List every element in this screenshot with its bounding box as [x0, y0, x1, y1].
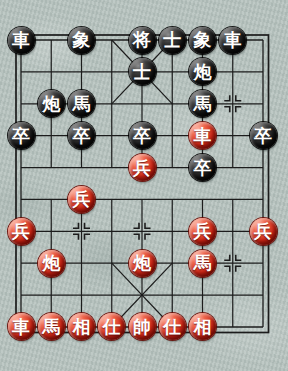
point-f5-r2[interactable]: [157, 88, 187, 120]
point-f7-r2[interactable]: [218, 88, 248, 120]
point-f3-r2[interactable]: [97, 88, 127, 120]
point-f0-r6[interactable]: 兵: [6, 215, 36, 247]
piece-glyph: 卒: [12, 127, 30, 145]
piece-red-chariot[interactable]: 車: [189, 122, 216, 149]
point-f2-r6[interactable]: [66, 215, 96, 247]
piece-black-horse[interactable]: 馬: [68, 90, 95, 117]
piece-black-elephant[interactable]: 象: [189, 27, 216, 54]
piece-glyph: 馬: [194, 254, 212, 272]
piece-red-chariot[interactable]: 車: [8, 313, 35, 340]
point-f4-r6[interactable]: [127, 215, 157, 247]
point-f0-r7[interactable]: [6, 247, 36, 279]
piece-glyph: 炮: [42, 95, 60, 113]
point-f4-r7[interactable]: 炮: [127, 247, 157, 279]
point-f2-r1[interactable]: [66, 56, 96, 88]
point-f2-r9[interactable]: 相: [66, 311, 96, 343]
point-f2-r4[interactable]: [66, 152, 96, 184]
piece-red-advisor[interactable]: 仕: [98, 313, 125, 340]
point-f8-r3[interactable]: 卒: [248, 120, 278, 152]
piece-glyph: 帥: [133, 318, 151, 336]
point-f8-r4[interactable]: [248, 152, 278, 184]
piece-black-soldier[interactable]: 卒: [68, 122, 95, 149]
piece-glyph: 炮: [133, 254, 151, 272]
point-f8-r5[interactable]: [248, 183, 278, 215]
piece-glyph: 炮: [42, 254, 60, 272]
piece-glyph: 士: [163, 31, 181, 49]
point-f0-r1[interactable]: [6, 56, 36, 88]
point-f6-r6[interactable]: 兵: [187, 215, 217, 247]
point-f6-r3[interactable]: 車: [187, 120, 217, 152]
point-f0-r9[interactable]: 車: [6, 311, 36, 343]
point-f0-r2[interactable]: [6, 88, 36, 120]
point-f4-r1[interactable]: 士: [127, 56, 157, 88]
piece-glyph: 卒: [133, 127, 151, 145]
piece-black-soldier[interactable]: 卒: [250, 122, 277, 149]
point-f6-r4[interactable]: 卒: [187, 152, 217, 184]
point-f5-r6[interactable]: [157, 215, 187, 247]
piece-glyph: 馬: [42, 318, 60, 336]
piece-glyph: 仕: [103, 318, 121, 336]
piece-glyph: 卒: [194, 159, 212, 177]
point-f5-r8[interactable]: [157, 279, 187, 311]
piece-black-cannon[interactable]: 炮: [189, 58, 216, 85]
piece-glyph: 相: [194, 318, 212, 336]
point-f3-r7[interactable]: [97, 247, 127, 279]
piece-black-horse[interactable]: 馬: [189, 90, 216, 117]
piece-red-soldier[interactable]: 兵: [129, 154, 156, 181]
point-f7-r6[interactable]: [218, 215, 248, 247]
piece-glyph: 車: [12, 318, 30, 336]
piece-grid: 車象将士象車士炮炮馬馬卒卒卒車卒兵卒兵兵兵兵炮炮馬車馬相仕帥仕相: [6, 24, 278, 343]
xiangqi-board: 車象将士象車士炮炮馬馬卒卒卒車卒兵卒兵兵兵兵炮炮馬車馬相仕帥仕相: [0, 0, 288, 371]
point-f1-r0[interactable]: [36, 24, 66, 56]
point-f1-r9[interactable]: 馬: [36, 311, 66, 343]
point-f7-r4[interactable]: [218, 152, 248, 184]
piece-black-soldier[interactable]: 卒: [189, 154, 216, 181]
piece-red-soldier[interactable]: 兵: [250, 218, 277, 245]
piece-glyph: 車: [194, 127, 212, 145]
point-f5-r5[interactable]: [157, 183, 187, 215]
piece-red-cannon[interactable]: 炮: [38, 250, 65, 277]
piece-black-cannon[interactable]: 炮: [38, 90, 65, 117]
point-f6-r9[interactable]: 相: [187, 311, 217, 343]
piece-glyph: 兵: [254, 222, 272, 240]
point-f3-r5[interactable]: [97, 183, 127, 215]
point-f0-r4[interactable]: [6, 152, 36, 184]
point-f4-r9[interactable]: 帥: [127, 311, 157, 343]
point-f3-r4[interactable]: [97, 152, 127, 184]
point-f4-r5[interactable]: [127, 183, 157, 215]
point-f1-r6[interactable]: [36, 215, 66, 247]
piece-red-horse[interactable]: 馬: [189, 250, 216, 277]
piece-red-elephant[interactable]: 相: [68, 313, 95, 340]
piece-glyph: 炮: [194, 63, 212, 81]
point-f6-r0[interactable]: 象: [187, 24, 217, 56]
point-f3-r0[interactable]: [97, 24, 127, 56]
piece-red-soldier[interactable]: 兵: [68, 186, 95, 213]
point-f1-r1[interactable]: [36, 56, 66, 88]
point-f1-r5[interactable]: [36, 183, 66, 215]
point-f2-r7[interactable]: [66, 247, 96, 279]
point-f8-r9[interactable]: [248, 311, 278, 343]
piece-glyph: 兵: [73, 190, 91, 208]
point-f3-r1[interactable]: [97, 56, 127, 88]
point-f7-r7[interactable]: [218, 247, 248, 279]
point-f7-r9[interactable]: [218, 311, 248, 343]
point-f2-r3[interactable]: 卒: [66, 120, 96, 152]
point-f4-r0[interactable]: 将: [127, 24, 157, 56]
point-f8-r6[interactable]: 兵: [248, 215, 278, 247]
piece-black-soldier[interactable]: 卒: [8, 122, 35, 149]
point-f8-r0[interactable]: [248, 24, 278, 56]
point-f5-r1[interactable]: [157, 56, 187, 88]
piece-glyph: 仕: [163, 318, 181, 336]
piece-glyph: 象: [194, 31, 212, 49]
piece-black-advisor[interactable]: 士: [129, 58, 156, 85]
point-f0-r0[interactable]: 車: [6, 24, 36, 56]
point-f2-r8[interactable]: [66, 279, 96, 311]
piece-glyph: 車: [12, 31, 30, 49]
piece-glyph: 相: [73, 318, 91, 336]
point-f6-r1[interactable]: 炮: [187, 56, 217, 88]
point-f4-r4[interactable]: 兵: [127, 152, 157, 184]
piece-glyph: 将: [133, 31, 151, 49]
point-f1-r7[interactable]: 炮: [36, 247, 66, 279]
piece-glyph: 兵: [12, 222, 30, 240]
piece-black-chariot[interactable]: 車: [219, 27, 246, 54]
point-f5-r3[interactable]: [157, 120, 187, 152]
point-f1-r3[interactable]: [36, 120, 66, 152]
point-f3-r8[interactable]: [97, 279, 127, 311]
point-f4-r8[interactable]: [127, 279, 157, 311]
piece-black-chariot[interactable]: 車: [8, 27, 35, 54]
piece-glyph: 兵: [133, 159, 151, 177]
piece-glyph: 兵: [194, 222, 212, 240]
piece-glyph: 馬: [73, 95, 91, 113]
point-f3-r3[interactable]: [97, 120, 127, 152]
point-f0-r5[interactable]: [6, 183, 36, 215]
point-f4-r2[interactable]: [127, 88, 157, 120]
point-f6-r8[interactable]: [187, 279, 217, 311]
point-f8-r7[interactable]: [248, 247, 278, 279]
piece-black-soldier[interactable]: 卒: [129, 122, 156, 149]
point-f6-r5[interactable]: [187, 183, 217, 215]
point-f1-r8[interactable]: [36, 279, 66, 311]
piece-glyph: 車: [224, 31, 242, 49]
point-f1-r4[interactable]: [36, 152, 66, 184]
point-f7-r3[interactable]: [218, 120, 248, 152]
piece-red-soldier[interactable]: 兵: [189, 218, 216, 245]
point-f5-r4[interactable]: [157, 152, 187, 184]
piece-red-general[interactable]: 帥: [129, 313, 156, 340]
piece-red-elephant[interactable]: 相: [189, 313, 216, 340]
piece-glyph: 卒: [254, 127, 272, 145]
point-f3-r9[interactable]: 仕: [97, 311, 127, 343]
point-f1-r2[interactable]: 炮: [36, 88, 66, 120]
piece-red-cannon[interactable]: 炮: [129, 250, 156, 277]
piece-glyph: 象: [73, 31, 91, 49]
point-f7-r0[interactable]: 車: [218, 24, 248, 56]
piece-red-horse[interactable]: 馬: [38, 313, 65, 340]
point-f2-r5[interactable]: 兵: [66, 183, 96, 215]
point-f6-r7[interactable]: 馬: [187, 247, 217, 279]
point-f7-r8[interactable]: [218, 279, 248, 311]
point-f7-r1[interactable]: [218, 56, 248, 88]
point-f8-r8[interactable]: [248, 279, 278, 311]
piece-red-advisor[interactable]: 仕: [159, 313, 186, 340]
point-f6-r2[interactable]: 馬: [187, 88, 217, 120]
point-f2-r2[interactable]: 馬: [66, 88, 96, 120]
piece-black-advisor[interactable]: 士: [159, 27, 186, 54]
piece-glyph: 士: [133, 63, 151, 81]
piece-glyph: 馬: [194, 95, 212, 113]
piece-glyph: 卒: [73, 127, 91, 145]
point-f0-r3[interactable]: 卒: [6, 120, 36, 152]
point-f4-r3[interactable]: 卒: [127, 120, 157, 152]
point-f5-r9[interactable]: 仕: [157, 311, 187, 343]
piece-black-general[interactable]: 将: [129, 27, 156, 54]
point-f8-r1[interactable]: [248, 56, 278, 88]
piece-black-elephant[interactable]: 象: [68, 27, 95, 54]
point-f2-r0[interactable]: 象: [66, 24, 96, 56]
piece-red-soldier[interactable]: 兵: [8, 218, 35, 245]
point-f5-r7[interactable]: [157, 247, 187, 279]
point-f3-r6[interactable]: [97, 215, 127, 247]
point-f5-r0[interactable]: 士: [157, 24, 187, 56]
point-f8-r2[interactable]: [248, 88, 278, 120]
point-f7-r5[interactable]: [218, 183, 248, 215]
point-f0-r8[interactable]: [6, 279, 36, 311]
